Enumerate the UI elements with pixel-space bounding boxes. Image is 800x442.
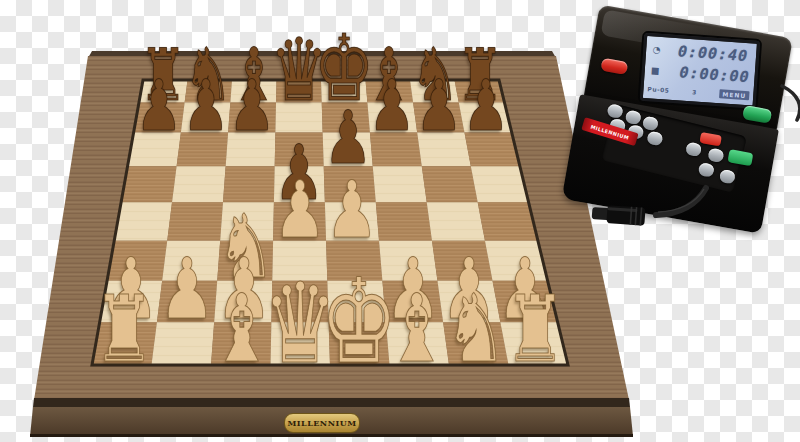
black-pawn-f7[interactable]: ♟ bbox=[369, 70, 416, 141]
product-photo: ♜♞♝♛♚♝♞♜♟♟♟♟♟♟♟♟♟♟♞♟♟♟♟♟♟♜♝♛♚♝♞♜ MILLENN… bbox=[0, 0, 800, 442]
white-rook-h1[interactable]: ♜ bbox=[504, 283, 565, 375]
black-pawn-g7[interactable]: ♟ bbox=[415, 70, 462, 141]
lcd-menu-badge: MENU bbox=[719, 89, 750, 100]
clock-lcd: ◔ 0:00:40 ■ 0:00:00 Pu-05 3 MENU bbox=[640, 33, 760, 109]
black-pawn-c7[interactable]: ♟ bbox=[229, 70, 276, 141]
brand-plaque: MILLENNIUM bbox=[284, 413, 360, 433]
black-pawn-b7[interactable]: ♟ bbox=[182, 70, 229, 141]
chess-clock-unit: ◔ 0:00:40 ■ 0:00:00 Pu-05 3 MENU MILLENN… bbox=[566, 4, 793, 231]
white-pawn-d4[interactable]: ♟ bbox=[273, 171, 325, 250]
white-bishop-f1[interactable]: ♝ bbox=[386, 282, 448, 376]
lcd-status-left: Pu-05 bbox=[647, 85, 669, 94]
white-pawn-b2[interactable]: ♟ bbox=[159, 247, 215, 331]
white-knight-g1[interactable]: ♞ bbox=[445, 282, 507, 376]
black-pawn-a7[interactable]: ♟ bbox=[136, 70, 183, 141]
lcd-move-indicator: 3 bbox=[669, 86, 719, 96]
black-pawn-h7[interactable]: ♟ bbox=[462, 70, 509, 141]
brand-plaque-label: MILLENNIUM bbox=[287, 419, 356, 428]
white-rook-a1[interactable]: ♜ bbox=[94, 283, 155, 375]
white-pawn-e4[interactable]: ♟ bbox=[326, 171, 378, 250]
